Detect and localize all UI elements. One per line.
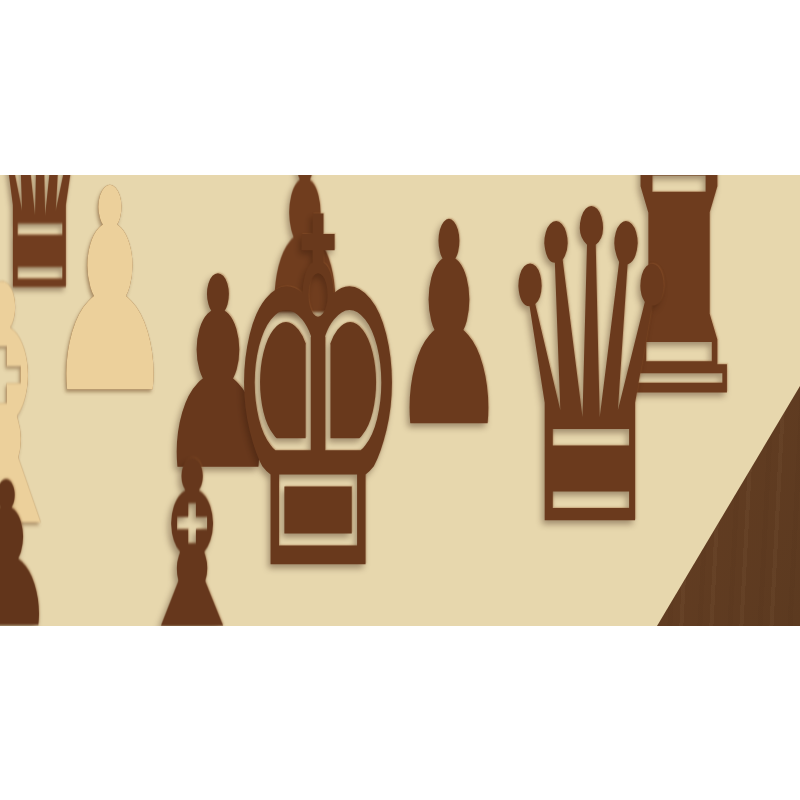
- dark-queen-piece-queen: ♛: [495, 175, 688, 586]
- dark-bishop-piece-near-bishop: ♝: [132, 432, 252, 626]
- dark-pawn-piece-corner-pawn: ♟: [0, 456, 55, 626]
- chess-product-photo-canvas: ♛♟♟♜♟♟♝♛♚♟♝: [0, 0, 800, 800]
- chess-set-photo: ♛♟♟♜♟♟♝♛♚♟♝: [0, 175, 800, 626]
